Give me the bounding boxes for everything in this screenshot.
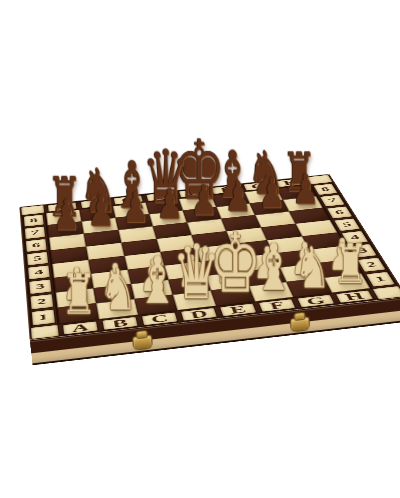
black-pawn[interactable]: ♟ xyxy=(292,171,319,209)
black-pawn[interactable]: ♟ xyxy=(156,185,183,224)
black-pawn[interactable]: ♟ xyxy=(122,189,149,228)
white-knight[interactable]: ♞ xyxy=(100,263,137,316)
black-pawn[interactable]: ♟ xyxy=(258,174,285,212)
white-bishop[interactable]: ♝ xyxy=(137,251,179,311)
black-pawn[interactable]: ♟ xyxy=(191,182,218,221)
white-queen[interactable]: ♛ xyxy=(173,238,221,307)
rank-label: 6 xyxy=(327,206,352,218)
rank-label: 8 xyxy=(24,215,44,227)
square-d1[interactable]: ♛ xyxy=(173,290,216,310)
chess-board: ABCDEFGH ABCDEFGH 87654321 87654321 ♜♞♝♛… xyxy=(19,174,400,340)
white-knight[interactable]: ♞ xyxy=(294,241,331,294)
brass-clasp xyxy=(291,317,309,331)
rank-label: 6 xyxy=(26,239,47,252)
rank-label: 2 xyxy=(31,294,54,309)
rank-label: 7 xyxy=(320,195,344,207)
scene: ABCDEFGH ABCDEFGH 87654321 87654321 ♜♞♝♛… xyxy=(24,76,368,420)
black-pawn[interactable]: ♟ xyxy=(87,192,114,231)
rank-label: 1 xyxy=(366,272,394,287)
rank-label: 3 xyxy=(29,279,51,294)
rank-label: 1 xyxy=(32,309,55,325)
rank-label: 4 xyxy=(28,265,50,279)
rank-label: 5 xyxy=(27,252,48,265)
product-photo: ABCDEFGH ABCDEFGH 87654321 87654321 ♜♞♝♛… xyxy=(0,0,400,498)
brass-clasp xyxy=(133,336,152,350)
black-pawn[interactable]: ♟ xyxy=(225,178,252,216)
black-pawn[interactable]: ♟ xyxy=(53,196,80,235)
white-rook[interactable]: ♜ xyxy=(333,239,368,289)
white-rook[interactable]: ♜ xyxy=(61,269,97,320)
rank-label: 7 xyxy=(25,227,45,239)
